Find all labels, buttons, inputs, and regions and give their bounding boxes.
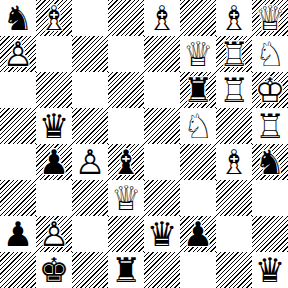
piece-glyph-layer: ♞	[252, 144, 288, 180]
square-c5[interactable]	[72, 108, 108, 144]
piece-glyph-layer: ♗	[216, 144, 252, 180]
piece-glyph-layer: ♕	[180, 36, 216, 72]
black-king-icon: ♚♚	[36, 252, 72, 288]
square-e7[interactable]	[144, 36, 180, 72]
square-d3[interactable]: ♛♕	[108, 180, 144, 216]
piece-glyph-layer: ♞	[0, 0, 36, 36]
square-b1[interactable]: ♚♚	[36, 252, 72, 288]
white-bishop-icon: ♝♗	[216, 0, 252, 36]
piece-glyph-layer: ♘	[252, 36, 288, 72]
white-rook-icon: ♜♖	[216, 36, 252, 72]
square-e2[interactable]: ♛♛	[144, 216, 180, 252]
square-d1[interactable]: ♜♜	[108, 252, 144, 288]
square-h4[interactable]: ♞♞	[252, 144, 288, 180]
square-h1[interactable]: ♛♛	[252, 252, 288, 288]
square-c8[interactable]	[72, 0, 108, 36]
square-b8[interactable]: ♝♗	[36, 0, 72, 36]
white-queen-icon: ♛♕	[180, 36, 216, 72]
square-f4[interactable]	[180, 144, 216, 180]
piece-glyph-layer: ♗	[144, 0, 180, 36]
square-d8[interactable]	[108, 0, 144, 36]
piece-glyph-layer: ♖	[252, 108, 288, 144]
white-pawn-icon: ♟♙	[36, 216, 72, 252]
square-h8[interactable]: ♛♕	[252, 0, 288, 36]
black-queen-icon: ♛♛	[36, 108, 72, 144]
piece-glyph-layer: ♖	[216, 36, 252, 72]
square-h2[interactable]	[252, 216, 288, 252]
piece-glyph-layer: ♕	[108, 180, 144, 216]
square-c7[interactable]	[72, 36, 108, 72]
square-g7[interactable]: ♜♖	[216, 36, 252, 72]
square-g1[interactable]	[216, 252, 252, 288]
piece-glyph-layer: ♛	[144, 216, 180, 252]
piece-glyph-layer: ♔	[252, 72, 288, 108]
square-d7[interactable]	[108, 36, 144, 72]
square-f3[interactable]	[180, 180, 216, 216]
black-rook-icon: ♜♜	[108, 252, 144, 288]
square-f2[interactable]: ♟♟	[180, 216, 216, 252]
square-f7[interactable]: ♛♕	[180, 36, 216, 72]
square-c1[interactable]	[72, 252, 108, 288]
square-b7[interactable]	[36, 36, 72, 72]
square-b2[interactable]: ♟♙	[36, 216, 72, 252]
white-rook-icon: ♜♖	[252, 108, 288, 144]
square-a3[interactable]	[0, 180, 36, 216]
black-pawn-icon: ♟♟	[180, 216, 216, 252]
white-knight-icon: ♞♘	[252, 36, 288, 72]
piece-glyph-layer: ♗	[36, 0, 72, 36]
white-queen-icon: ♛♕	[252, 0, 288, 36]
piece-glyph-layer: ♟	[180, 216, 216, 252]
square-h5[interactable]: ♜♖	[252, 108, 288, 144]
square-g8[interactable]: ♝♗	[216, 0, 252, 36]
piece-glyph-layer: ♗	[216, 0, 252, 36]
square-a1[interactable]	[0, 252, 36, 288]
black-rook-icon: ♜♜	[180, 72, 216, 108]
piece-glyph-layer: ♖	[216, 72, 252, 108]
square-g5[interactable]	[216, 108, 252, 144]
square-f5[interactable]: ♞♘	[180, 108, 216, 144]
piece-glyph-layer: ♟	[0, 216, 36, 252]
square-f8[interactable]	[180, 0, 216, 36]
square-b6[interactable]	[36, 72, 72, 108]
square-f1[interactable]	[180, 252, 216, 288]
black-bishop-icon: ♝♝	[108, 144, 144, 180]
white-pawn-icon: ♟♙	[0, 36, 36, 72]
piece-glyph-layer: ♕	[252, 0, 288, 36]
square-b4[interactable]: ♟♟	[36, 144, 72, 180]
square-d6[interactable]	[108, 72, 144, 108]
piece-glyph-layer: ♝	[108, 144, 144, 180]
chess-board: ♞♞♝♗♝♗♝♗♛♕♟♙♛♕♜♖♞♘♜♜♜♖♚♔♛♛♞♘♜♖♟♟♟♙♝♝♝♗♞♞…	[0, 0, 288, 288]
black-pawn-icon: ♟♟	[36, 144, 72, 180]
square-g4[interactable]: ♝♗	[216, 144, 252, 180]
square-g6[interactable]: ♜♖	[216, 72, 252, 108]
square-d4[interactable]: ♝♝	[108, 144, 144, 180]
black-knight-icon: ♞♞	[252, 144, 288, 180]
white-pawn-icon: ♟♙	[72, 144, 108, 180]
piece-glyph-layer: ♘	[180, 108, 216, 144]
square-c6[interactable]	[72, 72, 108, 108]
piece-glyph-layer: ♜	[180, 72, 216, 108]
black-queen-icon: ♛♛	[252, 252, 288, 288]
square-a8[interactable]: ♞♞	[0, 0, 36, 36]
piece-glyph-layer: ♙	[36, 216, 72, 252]
piece-glyph-layer: ♙	[0, 36, 36, 72]
white-bishop-icon: ♝♗	[36, 0, 72, 36]
square-b5[interactable]: ♛♛	[36, 108, 72, 144]
piece-glyph-layer: ♟	[36, 144, 72, 180]
square-a7[interactable]: ♟♙	[0, 36, 36, 72]
square-c2[interactable]	[72, 216, 108, 252]
piece-glyph-layer: ♛	[36, 108, 72, 144]
black-pawn-icon: ♟♟	[0, 216, 36, 252]
square-a4[interactable]	[0, 144, 36, 180]
square-b3[interactable]	[36, 180, 72, 216]
white-king-icon: ♚♔	[252, 72, 288, 108]
square-e6[interactable]	[144, 72, 180, 108]
square-e5[interactable]	[144, 108, 180, 144]
piece-glyph-layer: ♛	[252, 252, 288, 288]
square-a2[interactable]: ♟♟	[0, 216, 36, 252]
square-d2[interactable]	[108, 216, 144, 252]
square-c3[interactable]	[72, 180, 108, 216]
square-e8[interactable]: ♝♗	[144, 0, 180, 36]
square-e4[interactable]	[144, 144, 180, 180]
white-bishop-icon: ♝♗	[144, 0, 180, 36]
white-rook-icon: ♜♖	[216, 72, 252, 108]
white-bishop-icon: ♝♗	[216, 144, 252, 180]
square-a6[interactable]	[0, 72, 36, 108]
square-c4[interactable]: ♟♙	[72, 144, 108, 180]
square-h3[interactable]	[252, 180, 288, 216]
white-queen-icon: ♛♕	[108, 180, 144, 216]
piece-glyph-layer: ♚	[36, 252, 72, 288]
black-queen-icon: ♛♛	[144, 216, 180, 252]
square-e1[interactable]	[144, 252, 180, 288]
piece-glyph-layer: ♜	[108, 252, 144, 288]
square-e3[interactable]	[144, 180, 180, 216]
black-knight-icon: ♞♞	[0, 0, 36, 36]
piece-glyph-layer: ♙	[72, 144, 108, 180]
square-h6[interactable]: ♚♔	[252, 72, 288, 108]
square-g2[interactable]	[216, 216, 252, 252]
square-a5[interactable]	[0, 108, 36, 144]
square-d5[interactable]	[108, 108, 144, 144]
square-f6[interactable]: ♜♜	[180, 72, 216, 108]
white-knight-icon: ♞♘	[180, 108, 216, 144]
square-h7[interactable]: ♞♘	[252, 36, 288, 72]
square-g3[interactable]	[216, 180, 252, 216]
